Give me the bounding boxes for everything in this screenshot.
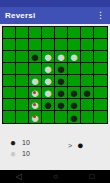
board-cell-h7[interactable] xyxy=(94,99,107,111)
board-cell-a1[interactable] xyxy=(3,27,16,39)
board-cell-a2[interactable] xyxy=(3,39,16,51)
board-cell-e7[interactable]: ● xyxy=(55,99,68,111)
board-cell-a7[interactable] xyxy=(3,99,16,111)
app-screen: Reversi ⋮ ●●●●●●●●●●●●●●●●●●●● ● 10 ● 10… xyxy=(0,0,110,183)
android-nav-bar: ◁ ○ □ xyxy=(0,170,110,183)
status-bar xyxy=(0,0,110,7)
white-piece-icon: ● xyxy=(10,149,16,159)
black-score: 10 xyxy=(22,139,30,146)
board-cell-g3[interactable] xyxy=(81,51,94,63)
board-cell-a5[interactable] xyxy=(3,75,16,87)
last-move-dot xyxy=(33,115,36,118)
board: ●●●●●●●●●●●●●●●●●●●● xyxy=(2,26,108,124)
board-cell-f3[interactable]: ● xyxy=(68,51,81,63)
board-cell-f8[interactable]: ● xyxy=(68,111,81,123)
board-cell-f4[interactable] xyxy=(68,63,81,75)
board-cell-b5[interactable] xyxy=(16,75,29,87)
board-cell-h3[interactable] xyxy=(94,51,107,63)
board-cell-g7[interactable] xyxy=(81,99,94,111)
board-cell-g8[interactable] xyxy=(81,111,94,123)
board-cell-b1[interactable] xyxy=(16,27,29,39)
turn-piece-black: ● xyxy=(77,140,84,151)
turn-arrow: > xyxy=(68,142,72,149)
board-cell-h6[interactable] xyxy=(94,87,107,99)
board-cell-c8[interactable]: ● xyxy=(29,111,42,123)
board-cell-c3[interactable]: ● xyxy=(29,51,42,63)
white-score-row: ● 10 xyxy=(10,149,30,158)
overflow-menu-icon[interactable]: ⋮ xyxy=(96,11,105,20)
board-cell-b3[interactable] xyxy=(16,51,29,63)
black-piece: ● xyxy=(56,97,65,112)
board-cell-b6[interactable] xyxy=(16,87,29,99)
board-cell-d7[interactable]: ● xyxy=(42,99,55,111)
black-score-row: ● 10 xyxy=(10,138,30,147)
board-cell-a6[interactable] xyxy=(3,87,16,99)
board-cell-h4[interactable] xyxy=(94,63,107,75)
recents-icon[interactable]: □ xyxy=(89,173,94,181)
black-piece: ● xyxy=(43,97,52,112)
last-move-dot xyxy=(33,91,36,94)
board-cell-g6[interactable]: ● xyxy=(81,87,94,99)
board-cell-c1[interactable] xyxy=(29,27,42,39)
board-cell-g1[interactable] xyxy=(81,27,94,39)
white-piece: ● xyxy=(69,49,78,64)
last-move-dot xyxy=(33,103,36,106)
board-cell-b7[interactable] xyxy=(16,99,29,111)
black-piece: ● xyxy=(69,109,78,124)
board-cell-a4[interactable] xyxy=(3,63,16,75)
board-cell-h2[interactable] xyxy=(94,39,107,51)
turn-indicator: > ● xyxy=(68,140,84,150)
board-cell-a8[interactable] xyxy=(3,111,16,123)
white-score: 10 xyxy=(22,150,30,157)
board-cell-d1[interactable] xyxy=(42,27,55,39)
black-piece: ● xyxy=(30,49,39,64)
board-cell-h1[interactable] xyxy=(94,27,107,39)
board-cell-f1[interactable] xyxy=(68,27,81,39)
board-cell-g4[interactable] xyxy=(81,63,94,75)
board-cell-e1[interactable] xyxy=(55,27,68,39)
board-cell-b4[interactable] xyxy=(16,63,29,75)
app-title: Reversi xyxy=(5,11,35,20)
home-icon[interactable]: ○ xyxy=(53,173,58,181)
app-bar: Reversi ⋮ xyxy=(0,7,110,24)
scoreboard: ● 10 ● 10 xyxy=(10,138,30,158)
board-cell-b8[interactable] xyxy=(16,111,29,123)
black-piece: ● xyxy=(82,85,91,100)
board-cell-h5[interactable] xyxy=(94,75,107,87)
board-cell-d8[interactable] xyxy=(42,111,55,123)
board-cell-a3[interactable] xyxy=(3,51,16,63)
board-cell-b2[interactable] xyxy=(16,39,29,51)
back-icon[interactable]: ◁ xyxy=(16,173,22,181)
board-cell-e8[interactable] xyxy=(55,111,68,123)
black-piece-icon: ● xyxy=(10,138,16,148)
board-cell-g2[interactable] xyxy=(81,39,94,51)
board-cell-h8[interactable] xyxy=(94,111,107,123)
